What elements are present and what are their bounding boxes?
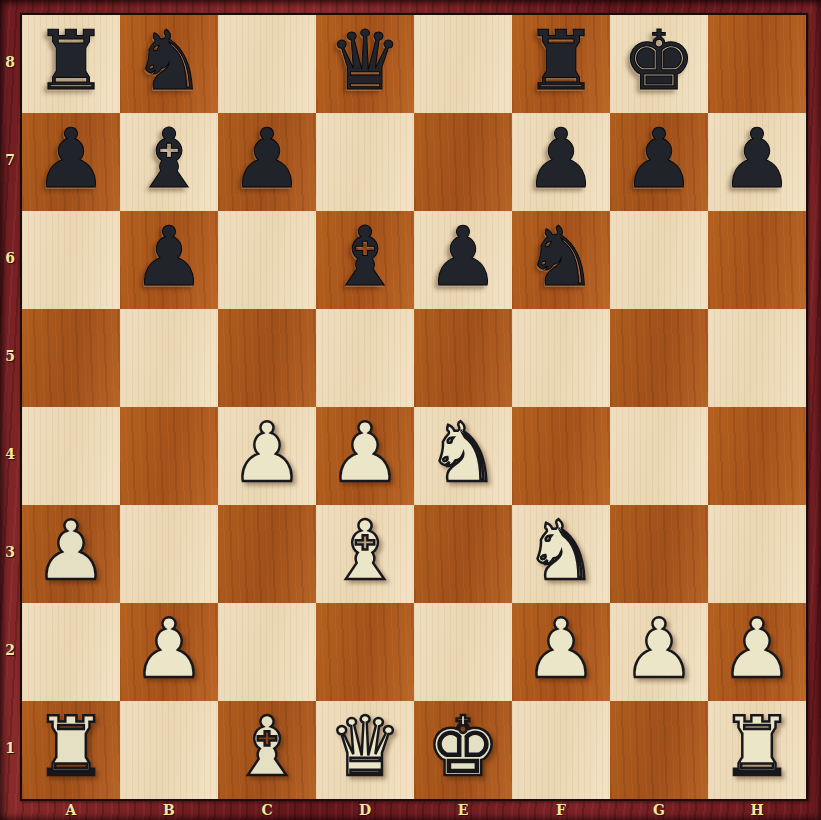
square-d6[interactable]: ♝ [316, 211, 414, 309]
square-d3[interactable]: ♝ [316, 505, 414, 603]
square-e5[interactable] [414, 309, 512, 407]
square-b6[interactable]: ♟ [120, 211, 218, 309]
square-g7[interactable]: ♟ [610, 113, 708, 211]
chess-board: ♜♞♛♜♚♟♝♟♟♟♟♟♝♟♞♟♟♞♟♝♞♟♟♟♟♜♝♛♚♜ [20, 13, 808, 801]
piece-white-pawn[interactable]: ♟ [708, 600, 806, 698]
file-label-e: E [414, 801, 512, 820]
square-f1[interactable] [512, 701, 610, 799]
square-d7[interactable] [316, 113, 414, 211]
file-label-c: C [218, 801, 316, 820]
square-a8[interactable]: ♜ [22, 15, 120, 113]
piece-white-rook[interactable]: ♜ [708, 698, 806, 796]
square-a4[interactable] [22, 407, 120, 505]
square-f3[interactable]: ♞ [512, 505, 610, 603]
square-c4[interactable]: ♟ [218, 407, 316, 505]
piece-black-pawn[interactable]: ♟ [610, 110, 708, 208]
square-c6[interactable] [218, 211, 316, 309]
piece-white-pawn[interactable]: ♟ [218, 404, 316, 502]
piece-white-pawn[interactable]: ♟ [120, 600, 218, 698]
square-g3[interactable] [610, 505, 708, 603]
piece-black-pawn[interactable]: ♟ [218, 110, 316, 208]
square-d2[interactable] [316, 603, 414, 701]
square-c5[interactable] [218, 309, 316, 407]
square-f4[interactable] [512, 407, 610, 505]
rank-label-3: 3 [0, 544, 20, 560]
rank-label-8: 8 [0, 54, 20, 70]
file-label-f: F [512, 801, 610, 820]
square-g6[interactable] [610, 211, 708, 309]
file-label-b: B [120, 801, 218, 820]
square-h1[interactable]: ♜ [708, 701, 806, 799]
square-e6[interactable]: ♟ [414, 211, 512, 309]
rank-label-5: 5 [0, 348, 20, 364]
square-e4[interactable]: ♞ [414, 407, 512, 505]
piece-black-pawn[interactable]: ♟ [512, 110, 610, 208]
square-h8[interactable] [708, 15, 806, 113]
rank-label-1: 1 [0, 740, 20, 756]
square-h4[interactable] [708, 407, 806, 505]
piece-black-pawn[interactable]: ♟ [22, 110, 120, 208]
square-c8[interactable] [218, 15, 316, 113]
rank-label-6: 6 [0, 250, 20, 266]
square-g8[interactable]: ♚ [610, 15, 708, 113]
piece-black-pawn[interactable]: ♟ [414, 208, 512, 306]
square-f5[interactable] [512, 309, 610, 407]
square-b5[interactable] [120, 309, 218, 407]
rank-label-2: 2 [0, 642, 20, 658]
square-d4[interactable]: ♟ [316, 407, 414, 505]
square-b7[interactable]: ♝ [120, 113, 218, 211]
board-frame: ♜♞♛♜♚♟♝♟♟♟♟♟♝♟♞♟♟♞♟♝♞♟♟♟♟♜♝♛♚♜ 87654321 … [0, 0, 821, 820]
piece-white-knight[interactable]: ♞ [512, 502, 610, 600]
piece-black-bishop[interactable]: ♝ [120, 110, 218, 208]
file-label-g: G [610, 801, 708, 820]
piece-white-queen[interactable]: ♛ [316, 698, 414, 796]
piece-white-pawn[interactable]: ♟ [610, 600, 708, 698]
piece-white-pawn[interactable]: ♟ [316, 404, 414, 502]
square-b1[interactable] [120, 701, 218, 799]
square-c3[interactable] [218, 505, 316, 603]
square-a7[interactable]: ♟ [22, 113, 120, 211]
piece-black-queen[interactable]: ♛ [316, 12, 414, 110]
square-h3[interactable] [708, 505, 806, 603]
square-h2[interactable]: ♟ [708, 603, 806, 701]
piece-white-bishop[interactable]: ♝ [316, 502, 414, 600]
rank-label-4: 4 [0, 446, 20, 462]
square-g5[interactable] [610, 309, 708, 407]
piece-white-bishop[interactable]: ♝ [218, 698, 316, 796]
square-d8[interactable]: ♛ [316, 15, 414, 113]
square-e1[interactable]: ♚ [414, 701, 512, 799]
square-b4[interactable] [120, 407, 218, 505]
square-e2[interactable] [414, 603, 512, 701]
piece-black-knight[interactable]: ♞ [120, 12, 218, 110]
piece-black-rook[interactable]: ♜ [512, 12, 610, 110]
square-f7[interactable]: ♟ [512, 113, 610, 211]
piece-white-king[interactable]: ♚ [414, 698, 512, 796]
square-d5[interactable] [316, 309, 414, 407]
square-a2[interactable] [22, 603, 120, 701]
square-c7[interactable]: ♟ [218, 113, 316, 211]
square-g1[interactable] [610, 701, 708, 799]
piece-black-pawn[interactable]: ♟ [120, 208, 218, 306]
piece-black-pawn[interactable]: ♟ [708, 110, 806, 208]
square-h7[interactable]: ♟ [708, 113, 806, 211]
rank-label-7: 7 [0, 152, 20, 168]
square-a5[interactable] [22, 309, 120, 407]
piece-black-king[interactable]: ♚ [610, 12, 708, 110]
square-g4[interactable] [610, 407, 708, 505]
piece-black-rook[interactable]: ♜ [22, 12, 120, 110]
square-h5[interactable] [708, 309, 806, 407]
piece-white-pawn[interactable]: ♟ [22, 502, 120, 600]
square-b8[interactable]: ♞ [120, 15, 218, 113]
square-g2[interactable]: ♟ [610, 603, 708, 701]
square-e7[interactable] [414, 113, 512, 211]
square-h6[interactable] [708, 211, 806, 309]
piece-black-bishop[interactable]: ♝ [316, 208, 414, 306]
square-a6[interactable] [22, 211, 120, 309]
square-f2[interactable]: ♟ [512, 603, 610, 701]
square-e3[interactable] [414, 505, 512, 603]
piece-black-knight[interactable]: ♞ [512, 208, 610, 306]
square-b3[interactable] [120, 505, 218, 603]
square-d1[interactable]: ♛ [316, 701, 414, 799]
file-label-a: A [22, 801, 120, 820]
file-label-h: H [708, 801, 806, 820]
square-f6[interactable]: ♞ [512, 211, 610, 309]
square-b2[interactable]: ♟ [120, 603, 218, 701]
square-a1[interactable]: ♜ [22, 701, 120, 799]
file-label-d: D [316, 801, 414, 820]
square-e8[interactable] [414, 15, 512, 113]
piece-white-pawn[interactable]: ♟ [512, 600, 610, 698]
piece-white-knight[interactable]: ♞ [414, 404, 512, 502]
piece-white-rook[interactable]: ♜ [22, 698, 120, 796]
square-c1[interactable]: ♝ [218, 701, 316, 799]
square-f8[interactable]: ♜ [512, 15, 610, 113]
square-c2[interactable] [218, 603, 316, 701]
square-a3[interactable]: ♟ [22, 505, 120, 603]
